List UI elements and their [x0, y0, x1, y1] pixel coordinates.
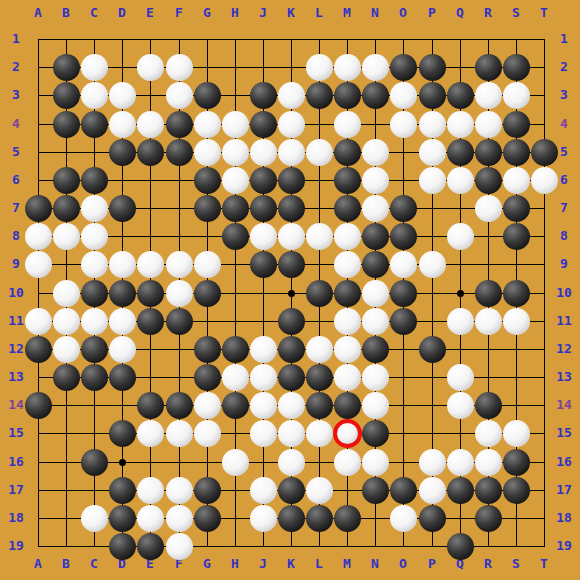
white-stone[interactable]: [81, 251, 108, 278]
black-stone[interactable]: [53, 54, 80, 81]
black-stone[interactable]: [306, 82, 333, 109]
white-stone[interactable]: [362, 449, 389, 476]
black-stone[interactable]: [475, 477, 502, 504]
row-label-right: 15: [550, 426, 578, 440]
white-stone[interactable]: [362, 139, 389, 166]
white-stone[interactable]: [334, 449, 361, 476]
white-stone[interactable]: [362, 308, 389, 335]
black-stone[interactable]: [362, 251, 389, 278]
black-stone[interactable]: [503, 449, 530, 476]
black-stone[interactable]: [222, 336, 249, 363]
row-label-right: 13: [550, 370, 578, 384]
black-stone[interactable]: [109, 477, 136, 504]
white-stone[interactable]: [222, 449, 249, 476]
column-label-bottom: H: [221, 557, 249, 571]
white-stone[interactable]: [503, 167, 530, 194]
black-stone[interactable]: [250, 111, 277, 138]
white-stone[interactable]: [475, 82, 502, 109]
black-stone[interactable]: [166, 308, 193, 335]
black-stone[interactable]: [306, 364, 333, 391]
grid-line-vertical: [544, 39, 545, 547]
white-stone[interactable]: [194, 392, 221, 419]
white-stone[interactable]: [81, 195, 108, 222]
column-label-top: Q: [446, 6, 474, 20]
black-stone[interactable]: [53, 111, 80, 138]
white-stone[interactable]: [250, 420, 277, 447]
white-stone[interactable]: [81, 308, 108, 335]
column-label-top: O: [389, 6, 417, 20]
white-stone[interactable]: [419, 477, 446, 504]
column-label-bottom: S: [502, 557, 530, 571]
star-point: [119, 459, 126, 466]
white-stone[interactable]: [334, 336, 361, 363]
black-stone[interactable]: [109, 420, 136, 447]
white-stone[interactable]: [334, 54, 361, 81]
white-stone[interactable]: [81, 54, 108, 81]
black-stone[interactable]: [25, 336, 52, 363]
row-label-left: 10: [2, 286, 30, 300]
white-stone[interactable]: [194, 251, 221, 278]
white-stone[interactable]: [53, 336, 80, 363]
white-stone[interactable]: [306, 223, 333, 250]
black-stone[interactable]: [362, 477, 389, 504]
column-label-top: E: [136, 6, 164, 20]
white-stone[interactable]: [250, 392, 277, 419]
black-stone[interactable]: [278, 505, 305, 532]
white-stone[interactable]: [166, 533, 193, 560]
white-stone[interactable]: [334, 251, 361, 278]
black-stone[interactable]: [53, 167, 80, 194]
white-stone[interactable]: [25, 223, 52, 250]
black-stone[interactable]: [475, 139, 502, 166]
black-stone[interactable]: [222, 223, 249, 250]
column-label-bottom: T: [530, 557, 558, 571]
white-stone[interactable]: [390, 111, 417, 138]
black-stone[interactable]: [222, 392, 249, 419]
white-stone[interactable]: [109, 308, 136, 335]
column-label-top: D: [108, 6, 136, 20]
white-stone[interactable]: [334, 364, 361, 391]
row-label-left: 3: [2, 88, 30, 102]
column-label-bottom: G: [193, 557, 221, 571]
column-label-top: A: [24, 6, 52, 20]
column-label-bottom: M: [333, 557, 361, 571]
black-stone[interactable]: [447, 533, 474, 560]
white-stone[interactable]: [166, 505, 193, 532]
white-stone[interactable]: [81, 223, 108, 250]
column-label-top: F: [165, 6, 193, 20]
black-stone[interactable]: [109, 364, 136, 391]
white-stone[interactable]: [334, 223, 361, 250]
column-label-bottom: N: [361, 557, 389, 571]
black-stone[interactable]: [503, 280, 530, 307]
black-stone[interactable]: [419, 505, 446, 532]
black-stone[interactable]: [109, 195, 136, 222]
column-label-bottom: L: [305, 557, 333, 571]
column-label-bottom: J: [249, 557, 277, 571]
column-label-bottom: P: [418, 557, 446, 571]
row-label-right: 3: [550, 88, 578, 102]
row-label-right: 12: [550, 342, 578, 356]
black-stone[interactable]: [278, 251, 305, 278]
white-stone[interactable]: [419, 167, 446, 194]
row-label-right: 11: [550, 314, 578, 328]
white-stone[interactable]: [475, 111, 502, 138]
black-stone[interactable]: [503, 139, 530, 166]
black-stone[interactable]: [362, 336, 389, 363]
row-label-left: 15: [2, 426, 30, 440]
white-stone[interactable]: [447, 111, 474, 138]
white-stone[interactable]: [81, 505, 108, 532]
white-stone[interactable]: [53, 308, 80, 335]
black-stone[interactable]: [475, 54, 502, 81]
column-label-bottom: B: [52, 557, 80, 571]
row-label-right: 2: [550, 60, 578, 74]
column-label-top: S: [502, 6, 530, 20]
row-label-right: 14: [550, 398, 578, 412]
black-stone[interactable]: [503, 111, 530, 138]
white-stone[interactable]: [250, 477, 277, 504]
row-label-left: 2: [2, 60, 30, 74]
black-stone[interactable]: [81, 280, 108, 307]
black-stone[interactable]: [278, 336, 305, 363]
black-stone[interactable]: [390, 223, 417, 250]
white-stone[interactable]: [503, 308, 530, 335]
black-stone[interactable]: [278, 308, 305, 335]
white-stone[interactable]: [419, 251, 446, 278]
column-label-top: M: [333, 6, 361, 20]
white-stone[interactable]: [475, 308, 502, 335]
white-stone[interactable]: [137, 54, 164, 81]
white-stone[interactable]: [362, 167, 389, 194]
row-label-left: 1: [2, 32, 30, 46]
black-stone[interactable]: [334, 167, 361, 194]
white-stone[interactable]: [278, 139, 305, 166]
white-stone[interactable]: [278, 111, 305, 138]
black-stone[interactable]: [25, 195, 52, 222]
white-stone[interactable]: [166, 420, 193, 447]
row-label-right: 19: [550, 539, 578, 553]
go-board[interactable]: AABBCCDDEEFFGGHHJJKKLLMMNNOOPPQQRRSSTT11…: [0, 0, 580, 580]
last-move-marker[interactable]: [333, 419, 362, 448]
column-label-bottom: A: [24, 557, 52, 571]
black-stone[interactable]: [334, 82, 361, 109]
white-stone[interactable]: [222, 364, 249, 391]
white-stone[interactable]: [109, 336, 136, 363]
column-label-top: N: [361, 6, 389, 20]
white-stone[interactable]: [109, 251, 136, 278]
white-stone[interactable]: [278, 82, 305, 109]
black-stone[interactable]: [475, 392, 502, 419]
black-stone[interactable]: [447, 82, 474, 109]
white-stone[interactable]: [137, 251, 164, 278]
white-stone[interactable]: [362, 54, 389, 81]
black-stone[interactable]: [81, 167, 108, 194]
black-stone[interactable]: [81, 111, 108, 138]
black-stone[interactable]: [194, 195, 221, 222]
black-stone[interactable]: [278, 364, 305, 391]
black-stone[interactable]: [53, 195, 80, 222]
white-stone[interactable]: [109, 111, 136, 138]
black-stone[interactable]: [390, 308, 417, 335]
black-stone[interactable]: [531, 139, 558, 166]
black-stone[interactable]: [306, 392, 333, 419]
white-stone[interactable]: [222, 139, 249, 166]
white-stone[interactable]: [447, 392, 474, 419]
black-stone[interactable]: [447, 139, 474, 166]
white-stone[interactable]: [53, 280, 80, 307]
white-stone[interactable]: [222, 111, 249, 138]
black-stone[interactable]: [166, 139, 193, 166]
row-label-right: 7: [550, 201, 578, 215]
white-stone[interactable]: [362, 364, 389, 391]
black-stone[interactable]: [419, 82, 446, 109]
black-stone[interactable]: [503, 195, 530, 222]
row-label-left: 13: [2, 370, 30, 384]
black-stone[interactable]: [503, 223, 530, 250]
white-stone[interactable]: [362, 195, 389, 222]
black-stone[interactable]: [250, 167, 277, 194]
row-label-right: 10: [550, 286, 578, 300]
white-stone[interactable]: [503, 420, 530, 447]
white-stone[interactable]: [137, 111, 164, 138]
white-stone[interactable]: [166, 82, 193, 109]
black-stone[interactable]: [137, 139, 164, 166]
white-stone[interactable]: [250, 223, 277, 250]
white-stone[interactable]: [306, 420, 333, 447]
black-stone[interactable]: [222, 195, 249, 222]
white-stone[interactable]: [81, 82, 108, 109]
column-label-top: G: [193, 6, 221, 20]
black-stone[interactable]: [306, 505, 333, 532]
white-stone[interactable]: [278, 223, 305, 250]
black-stone[interactable]: [109, 139, 136, 166]
black-stone[interactable]: [475, 505, 502, 532]
black-stone[interactable]: [53, 82, 80, 109]
black-stone[interactable]: [250, 195, 277, 222]
black-stone[interactable]: [334, 139, 361, 166]
black-stone[interactable]: [390, 54, 417, 81]
white-stone[interactable]: [334, 308, 361, 335]
white-stone[interactable]: [137, 477, 164, 504]
column-label-top: L: [305, 6, 333, 20]
black-stone[interactable]: [250, 82, 277, 109]
white-stone[interactable]: [278, 392, 305, 419]
white-stone[interactable]: [306, 139, 333, 166]
black-stone[interactable]: [419, 54, 446, 81]
black-stone[interactable]: [194, 82, 221, 109]
white-stone[interactable]: [419, 139, 446, 166]
black-stone[interactable]: [334, 280, 361, 307]
black-stone[interactable]: [25, 392, 52, 419]
black-stone[interactable]: [194, 505, 221, 532]
white-stone[interactable]: [419, 111, 446, 138]
white-stone[interactable]: [194, 111, 221, 138]
black-stone[interactable]: [166, 111, 193, 138]
black-stone[interactable]: [334, 392, 361, 419]
column-label-top: R: [474, 6, 502, 20]
black-stone[interactable]: [475, 280, 502, 307]
black-stone[interactable]: [109, 533, 136, 560]
black-stone[interactable]: [137, 533, 164, 560]
black-stone[interactable]: [362, 82, 389, 109]
white-stone[interactable]: [306, 336, 333, 363]
black-stone[interactable]: [194, 477, 221, 504]
white-stone[interactable]: [25, 308, 52, 335]
black-stone[interactable]: [306, 280, 333, 307]
row-label-right: 16: [550, 455, 578, 469]
row-label-right: 17: [550, 483, 578, 497]
white-stone[interactable]: [53, 223, 80, 250]
column-label-top: P: [418, 6, 446, 20]
black-stone[interactable]: [81, 336, 108, 363]
black-stone[interactable]: [390, 477, 417, 504]
black-stone[interactable]: [419, 336, 446, 363]
row-label-left: 5: [2, 145, 30, 159]
white-stone[interactable]: [166, 251, 193, 278]
white-stone[interactable]: [166, 477, 193, 504]
white-stone[interactable]: [334, 111, 361, 138]
white-stone[interactable]: [475, 420, 502, 447]
white-stone[interactable]: [250, 364, 277, 391]
white-stone[interactable]: [137, 505, 164, 532]
white-stone[interactable]: [137, 420, 164, 447]
white-stone[interactable]: [250, 139, 277, 166]
white-stone[interactable]: [447, 364, 474, 391]
white-stone[interactable]: [390, 82, 417, 109]
black-stone[interactable]: [137, 308, 164, 335]
black-stone[interactable]: [278, 167, 305, 194]
black-stone[interactable]: [109, 505, 136, 532]
white-stone[interactable]: [25, 251, 52, 278]
white-stone[interactable]: [362, 392, 389, 419]
white-stone[interactable]: [250, 336, 277, 363]
black-stone[interactable]: [109, 280, 136, 307]
column-label-top: C: [80, 6, 108, 20]
black-stone[interactable]: [362, 420, 389, 447]
white-stone[interactable]: [278, 420, 305, 447]
white-stone[interactable]: [390, 505, 417, 532]
black-stone[interactable]: [53, 364, 80, 391]
white-stone[interactable]: [390, 251, 417, 278]
white-stone[interactable]: [166, 280, 193, 307]
column-label-bottom: O: [389, 557, 417, 571]
black-stone[interactable]: [81, 449, 108, 476]
black-stone[interactable]: [334, 505, 361, 532]
column-label-top: J: [249, 6, 277, 20]
white-stone[interactable]: [306, 54, 333, 81]
column-label-bottom: K: [277, 557, 305, 571]
white-stone[interactable]: [194, 420, 221, 447]
column-label-bottom: R: [474, 557, 502, 571]
row-label-right: 1: [550, 32, 578, 46]
column-label-bottom: C: [80, 557, 108, 571]
row-label-left: 16: [2, 455, 30, 469]
row-label-left: 19: [2, 539, 30, 553]
white-stone[interactable]: [447, 308, 474, 335]
black-stone[interactable]: [278, 195, 305, 222]
row-label-right: 4: [550, 117, 578, 131]
white-stone[interactable]: [447, 167, 474, 194]
black-stone[interactable]: [194, 364, 221, 391]
black-stone[interactable]: [250, 251, 277, 278]
white-stone[interactable]: [447, 223, 474, 250]
white-stone[interactable]: [475, 449, 502, 476]
white-stone[interactable]: [306, 477, 333, 504]
row-label-right: 9: [550, 257, 578, 271]
white-stone[interactable]: [250, 505, 277, 532]
white-stone[interactable]: [166, 54, 193, 81]
white-stone[interactable]: [447, 449, 474, 476]
column-label-top: T: [530, 6, 558, 20]
white-stone[interactable]: [503, 82, 530, 109]
black-stone[interactable]: [362, 223, 389, 250]
white-stone[interactable]: [278, 449, 305, 476]
black-stone[interactable]: [194, 280, 221, 307]
row-label-left: 6: [2, 173, 30, 187]
row-label-left: 17: [2, 483, 30, 497]
white-stone[interactable]: [531, 167, 558, 194]
row-label-right: 18: [550, 511, 578, 525]
black-stone[interactable]: [137, 280, 164, 307]
star-point: [288, 290, 295, 297]
white-stone[interactable]: [194, 139, 221, 166]
black-stone[interactable]: [278, 477, 305, 504]
white-stone[interactable]: [419, 449, 446, 476]
white-stone[interactable]: [362, 280, 389, 307]
black-stone[interactable]: [390, 280, 417, 307]
star-point: [457, 290, 464, 297]
white-stone[interactable]: [222, 167, 249, 194]
white-stone[interactable]: [475, 195, 502, 222]
black-stone[interactable]: [503, 477, 530, 504]
black-stone[interactable]: [475, 167, 502, 194]
column-label-top: H: [221, 6, 249, 20]
white-stone[interactable]: [109, 82, 136, 109]
black-stone[interactable]: [194, 167, 221, 194]
row-label-left: 4: [2, 117, 30, 131]
black-stone[interactable]: [447, 477, 474, 504]
black-stone[interactable]: [503, 54, 530, 81]
black-stone[interactable]: [166, 392, 193, 419]
column-label-top: K: [277, 6, 305, 20]
black-stone[interactable]: [137, 392, 164, 419]
black-stone[interactable]: [194, 336, 221, 363]
black-stone[interactable]: [81, 364, 108, 391]
row-label-right: 8: [550, 229, 578, 243]
row-label-left: 18: [2, 511, 30, 525]
column-label-top: B: [52, 6, 80, 20]
black-stone[interactable]: [334, 195, 361, 222]
black-stone[interactable]: [390, 195, 417, 222]
